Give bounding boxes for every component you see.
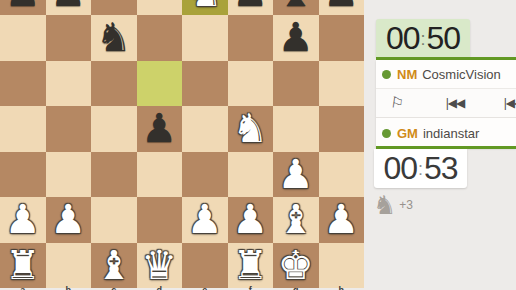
rank-label-5: 5 [363,77,364,87]
file-label-f: f [228,285,274,290]
square-d2[interactable] [137,197,183,243]
chess-board: ♟♟♞♟♝♟♞♟♟♞♟♟♟♟♟♝♟♜♝♛♜♚ 654321abcdefgh [0,0,364,290]
white-pawn[interactable]: ♟ [50,197,86,243]
square-h2[interactable]: ♟ [319,197,365,243]
black-pawn[interactable]: ♟ [323,0,359,15]
top-player-title: NM [397,67,417,82]
square-a6[interactable] [0,15,46,61]
square-g3[interactable]: ♟ [273,152,319,198]
square-c1[interactable]: ♝ [91,243,137,289]
game-controls-row: ⚐|◀◀|◀◀ [376,88,516,117]
square-a7[interactable]: ♟ [0,0,46,15]
white-bishop[interactable]: ♝ [278,197,314,243]
square-f3[interactable] [228,152,274,198]
file-label-d: d [137,285,183,290]
white-pawn[interactable]: ♟ [232,197,268,243]
square-h5[interactable] [319,61,365,107]
rank-label-4: 4 [363,123,364,133]
square-c6[interactable]: ♞ [91,15,137,61]
white-pawn[interactable]: ♟ [187,197,223,243]
square-d7[interactable] [137,0,183,15]
square-e3[interactable] [182,152,228,198]
square-g4[interactable] [273,106,319,152]
black-pawn[interactable]: ♟ [141,106,177,152]
square-h4[interactable] [319,106,365,152]
square-f6[interactable] [228,15,274,61]
square-f2[interactable]: ♟ [228,197,274,243]
online-status-icon [382,70,391,79]
bottom-player-title: GM [397,126,418,141]
square-d4[interactable]: ♟ [137,106,183,152]
material-advantage-value: +3 [399,198,413,212]
square-b1[interactable] [46,243,92,289]
square-f5[interactable] [228,61,274,107]
bottom-player-row[interactable]: GM indianstar [376,117,516,148]
square-f4[interactable]: ♞ [228,106,274,152]
captured-knight-icon: ♞ [373,192,396,218]
bottom-player-name: indianstar [423,126,479,141]
black-pawn[interactable]: ♟ [278,15,314,61]
previous-move-button[interactable]: |◀◀ [502,89,516,117]
white-king[interactable]: ♚ [278,243,314,289]
board-grid: ♟♟♞♟♝♟♞♟♟♞♟♟♟♟♟♝♟♜♝♛♜♚ [0,0,364,288]
top-player-row[interactable]: NM CosmicVision [376,60,516,88]
square-a5[interactable] [0,61,46,107]
white-rook[interactable]: ♜ [5,243,41,289]
square-d3[interactable] [137,152,183,198]
square-d1[interactable]: ♛ [137,243,183,289]
square-h1[interactable] [319,243,365,289]
square-b3[interactable] [46,152,92,198]
square-h7[interactable]: ♟ [319,0,365,15]
square-c5[interactable] [91,61,137,107]
file-label-b: b [46,285,92,290]
top-clock-time: 00:50 [386,20,460,57]
square-h6[interactable] [319,15,365,61]
rank-label-2: 2 [363,214,364,224]
square-c7[interactable] [91,0,137,15]
top-player-name: CosmicVision [422,67,501,82]
first-move-button[interactable]: |◀◀ [444,89,466,117]
square-c4[interactable] [91,106,137,152]
game-screen: ♟♟♞♟♝♟♞♟♟♞♟♟♟♟♟♝♟♜♝♛♜♚ 654321abcdefgh 00… [0,0,516,290]
bottom-clock-time: 00:53 [383,150,457,187]
players-panel: NM CosmicVision ⚐|◀◀|◀◀ GM indianstar [376,60,516,148]
square-h3[interactable] [319,152,365,198]
black-bishop[interactable]: ♝ [278,0,314,15]
white-knight[interactable]: ♞ [232,106,268,152]
square-g2[interactable]: ♝ [273,197,319,243]
material-advantage: ♞ +3 [373,192,413,218]
file-label-a: a [0,285,46,290]
square-a3[interactable] [0,152,46,198]
square-e2[interactable]: ♟ [182,197,228,243]
square-a1[interactable]: ♜ [0,243,46,289]
rank-label-1: 1 [363,259,364,269]
square-e7[interactable]: ♞ [182,0,228,15]
square-b5[interactable] [46,61,92,107]
white-bishop[interactable]: ♝ [96,243,132,289]
top-player-clock: 00:50 [376,19,470,57]
white-pawn[interactable]: ♟ [278,152,314,198]
file-label-e: e [182,285,228,290]
black-pawn[interactable]: ♟ [5,0,41,15]
black-pawn[interactable]: ♟ [232,0,268,15]
file-label-h: h [319,285,365,290]
white-pawn[interactable]: ♟ [323,197,359,243]
white-rook[interactable]: ♜ [232,243,268,289]
square-g5[interactable] [273,61,319,107]
file-label-c: c [91,285,137,290]
resign-flag-button[interactable]: ⚐ [384,88,410,119]
square-d6[interactable] [137,15,183,61]
square-a4[interactable] [0,106,46,152]
rank-label-6: 6 [363,32,364,42]
square-e5[interactable] [182,61,228,107]
online-status-icon [382,129,391,138]
square-c2[interactable] [91,197,137,243]
bottom-player-clock: 00:53 [374,149,467,188]
square-a2[interactable]: ♟ [0,197,46,243]
square-b6[interactable] [46,15,92,61]
square-d5[interactable] [137,61,183,107]
white-pawn[interactable]: ♟ [5,197,41,243]
white-knight[interactable]: ♞ [187,0,223,15]
square-e6[interactable] [182,15,228,61]
rank-label-3: 3 [363,168,364,178]
square-b4[interactable] [46,106,92,152]
square-b2[interactable]: ♟ [46,197,92,243]
square-g7[interactable]: ♝ [273,0,319,15]
square-f7[interactable]: ♟ [228,0,274,15]
square-g1[interactable]: ♚ [273,243,319,289]
square-g6[interactable]: ♟ [273,15,319,61]
white-queen[interactable]: ♛ [141,243,177,289]
square-c3[interactable] [91,152,137,198]
square-b7[interactable]: ♟ [46,0,92,15]
square-e4[interactable] [182,106,228,152]
square-f1[interactable]: ♜ [228,243,274,289]
black-knight[interactable]: ♞ [96,15,132,61]
file-label-g: g [273,285,319,290]
black-pawn[interactable]: ♟ [50,0,86,15]
square-e1[interactable] [182,243,228,289]
